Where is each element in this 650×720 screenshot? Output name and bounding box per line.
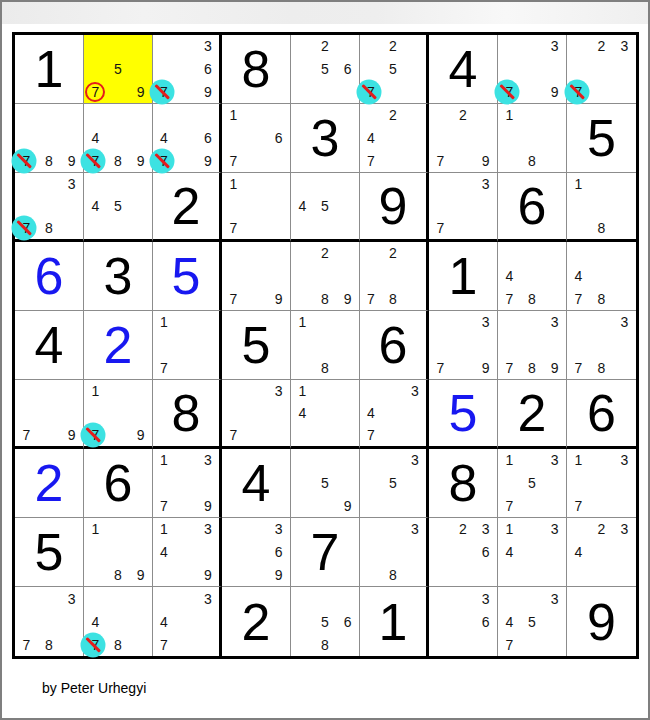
cell-r4c7[interactable]: 1 — [429, 242, 498, 311]
cell-r7c7[interactable]: 8 — [429, 449, 498, 518]
pm-slot-6 — [129, 541, 152, 564]
cell-r7c6[interactable]: 35 — [360, 449, 429, 518]
cell-r7c2[interactable]: 6 — [84, 449, 153, 518]
cell-r2c5[interactable]: 3 — [291, 104, 360, 173]
pm-slot-1 — [360, 518, 382, 541]
given-digit: 1 — [35, 43, 64, 95]
pm-slot-8 — [382, 494, 404, 517]
pm-slot-7: 7 — [567, 356, 590, 379]
cell-r5c1[interactable]: 4 — [15, 311, 84, 380]
pm-slot-4 — [429, 541, 452, 564]
pm-slot-7: 7 — [429, 149, 452, 172]
cell-r4c8[interactable]: 478 — [498, 242, 567, 311]
pencil-mark: 9 — [137, 568, 145, 582]
pm-slot-9 — [474, 633, 497, 656]
pm-slot-6 — [404, 472, 426, 495]
pm-slot-7 — [84, 563, 107, 586]
pm-slot-7 — [291, 287, 314, 310]
pm-slot-8: 8 — [382, 287, 404, 310]
pm-slot-4 — [498, 472, 521, 495]
pm-slot-9: 9 — [129, 424, 152, 446]
cell-r1c3[interactable]: 3679 — [153, 35, 222, 104]
pm-slot-4: 4 — [360, 402, 382, 424]
cell-r4c1[interactable]: 6 — [15, 242, 84, 311]
pm-slot-1 — [84, 104, 107, 127]
cell-r9c7[interactable]: 36 — [429, 587, 498, 656]
pencil-mark: 3 — [482, 315, 490, 329]
cell-r5c2[interactable]: 2 — [84, 311, 153, 380]
pencil-mark-grid: 4789 — [84, 104, 152, 172]
pm-slot-6 — [404, 541, 426, 564]
pencil-mark-grid: 1357 — [498, 449, 566, 517]
pm-slot-4 — [84, 58, 107, 81]
pm-slot-8 — [175, 356, 197, 379]
pm-slot-1 — [291, 242, 314, 265]
pm-slot-3: 3 — [474, 173, 497, 195]
pm-slot-5: 5 — [314, 195, 337, 217]
cell-r3c9[interactable]: 18 — [567, 173, 636, 242]
cell-r6c4[interactable]: 37 — [222, 380, 291, 449]
pencil-mark: 7 — [229, 428, 237, 442]
cell-r4c3[interactable]: 5 — [153, 242, 222, 311]
pm-slot-9: 9 — [197, 563, 219, 586]
pencil-mark: 5 — [321, 476, 329, 490]
cell-r6c8[interactable]: 2 — [498, 380, 567, 449]
pm-slot-1 — [567, 242, 590, 265]
pm-slot-4 — [429, 127, 452, 150]
pm-slot-7: 7 — [84, 424, 107, 446]
pencil-mark-grid: 17 — [222, 173, 290, 239]
pm-slot-8 — [521, 494, 544, 517]
cell-r1c6[interactable]: 257 — [360, 35, 429, 104]
cell-r5c3[interactable]: 17 — [153, 311, 222, 380]
pm-slot-9: 9 — [197, 80, 219, 103]
pm-slot-4 — [498, 58, 521, 81]
cell-r9c1[interactable]: 378 — [15, 587, 84, 656]
pm-slot-7: 7 — [360, 424, 382, 446]
pm-slot-3 — [129, 173, 152, 195]
cell-r6c9[interactable]: 6 — [567, 380, 636, 449]
pm-slot-5 — [590, 541, 613, 564]
pm-slot-2 — [452, 311, 475, 334]
cell-r2c4[interactable]: 167 — [222, 104, 291, 173]
pm-slot-6 — [404, 402, 426, 424]
pencil-mark: 5 — [528, 476, 536, 490]
cell-r8c1[interactable]: 5 — [15, 518, 84, 587]
pm-slot-2: 2 — [590, 518, 613, 541]
cell-r2c2[interactable]: 4789 — [84, 104, 153, 173]
pm-slot-5 — [38, 195, 61, 217]
pencil-mark: 9 — [275, 568, 283, 582]
pm-slot-4: 4 — [84, 610, 107, 633]
cell-r9c6[interactable]: 1 — [360, 587, 429, 656]
pencil-mark-grid: 17 — [153, 311, 219, 379]
cell-r7c9[interactable]: 137 — [567, 449, 636, 518]
pm-slot-6 — [474, 127, 497, 150]
app-window: 1579367982562574379237789478946791673247… — [0, 0, 650, 720]
pm-slot-2 — [382, 449, 404, 472]
cell-r8c5[interactable]: 7 — [291, 518, 360, 587]
cell-r9c3[interactable]: 347 — [153, 587, 222, 656]
cell-r9c5[interactable]: 568 — [291, 587, 360, 656]
pm-slot-4 — [498, 334, 521, 357]
given-digit: 2 — [172, 180, 201, 232]
sudoku-board: 1579367982562574379237789478946791673247… — [12, 32, 639, 659]
cell-r8c9[interactable]: 234 — [567, 518, 636, 587]
pencil-mark-grid: 167 — [222, 104, 290, 172]
cell-r4c2[interactable]: 3 — [84, 242, 153, 311]
cell-r8c8[interactable]: 134 — [498, 518, 567, 587]
pm-slot-2 — [245, 104, 268, 127]
pencil-mark: 7 — [160, 361, 168, 375]
cell-r6c3[interactable]: 8 — [153, 380, 222, 449]
cell-r2c9[interactable]: 5 — [567, 104, 636, 173]
pencil-mark: 9 — [275, 292, 283, 306]
pm-slot-6 — [336, 472, 359, 495]
given-digit: 6 — [587, 387, 616, 439]
pm-slot-9 — [336, 633, 359, 656]
pencil-mark: 1 — [505, 522, 513, 536]
pencil-mark: 9 — [551, 85, 559, 99]
cell-r5c7[interactable]: 379 — [429, 311, 498, 380]
pencil-mark-grid: 257 — [360, 35, 426, 103]
cell-r7c1[interactable]: 2 — [15, 449, 84, 518]
cell-r1c4[interactable]: 8 — [222, 35, 291, 104]
pm-slot-2 — [107, 587, 130, 610]
cell-r5c8[interactable]: 3789 — [498, 311, 567, 380]
pm-slot-8 — [452, 356, 475, 379]
pm-slot-3 — [267, 173, 290, 195]
pencil-mark: 9 — [344, 292, 352, 306]
pm-slot-9 — [613, 287, 636, 310]
pm-slot-4 — [222, 127, 245, 150]
pm-slot-8 — [175, 80, 197, 103]
pm-slot-8: 8 — [521, 287, 544, 310]
pm-slot-8 — [314, 217, 337, 239]
pm-slot-8: 8 — [38, 633, 61, 656]
pm-slot-9 — [404, 424, 426, 446]
pm-slot-5 — [590, 58, 613, 81]
pm-slot-4 — [429, 334, 452, 357]
cell-r1c9[interactable]: 237 — [567, 35, 636, 104]
cell-r6c1[interactable]: 79 — [15, 380, 84, 449]
pm-slot-6 — [336, 334, 359, 357]
pm-slot-9 — [336, 424, 359, 446]
pm-slot-1 — [567, 311, 590, 334]
pencil-mark-grid: 478 — [84, 587, 152, 656]
pencil-mark: 8 — [114, 154, 122, 168]
pm-slot-2 — [175, 104, 197, 127]
pm-slot-3: 3 — [474, 587, 497, 610]
pencil-mark: 5 — [528, 615, 536, 629]
pm-slot-4: 4 — [84, 195, 107, 217]
pm-slot-6 — [60, 610, 83, 633]
pencil-mark: 1 — [229, 108, 237, 122]
cell-r3c4[interactable]: 17 — [222, 173, 291, 242]
cell-r5c6[interactable]: 6 — [360, 311, 429, 380]
cell-r6c5[interactable]: 14 — [291, 380, 360, 449]
pm-slot-4 — [153, 472, 175, 495]
pm-slot-7: 7 — [360, 80, 382, 103]
given-digit: 4 — [449, 43, 478, 95]
pm-slot-2 — [314, 311, 337, 334]
pm-slot-6 — [197, 541, 219, 564]
pm-slot-7 — [498, 149, 521, 172]
pm-slot-8: 8 — [314, 356, 337, 379]
cell-r7c8[interactable]: 1357 — [498, 449, 567, 518]
pm-slot-3: 3 — [197, 587, 219, 610]
pencil-mark: 2 — [459, 522, 467, 536]
pencil-mark: 7 — [436, 361, 444, 375]
pencil-mark: 1 — [505, 453, 513, 467]
pencil-mark: 2 — [598, 39, 606, 53]
cell-r9c2[interactable]: 478 — [84, 587, 153, 656]
pencil-mark-grid: 278 — [360, 242, 426, 310]
pm-slot-9 — [197, 356, 219, 379]
pm-slot-3: 3 — [543, 35, 566, 58]
pm-slot-1: 1 — [498, 104, 521, 127]
pencil-mark: 7 — [505, 292, 513, 306]
pm-slot-5 — [38, 402, 61, 424]
pencil-mark: 1 — [160, 453, 168, 467]
pencil-mark: 7 — [575, 499, 583, 513]
cell-r6c2[interactable]: 179 — [84, 380, 153, 449]
pm-slot-8: 8 — [521, 356, 544, 379]
cell-r2c3[interactable]: 4679 — [153, 104, 222, 173]
cell-r3c2[interactable]: 45 — [84, 173, 153, 242]
pm-slot-2 — [245, 242, 268, 265]
pencil-mark: 3 — [204, 592, 212, 606]
cell-r8c6[interactable]: 38 — [360, 518, 429, 587]
pm-slot-4: 4 — [567, 265, 590, 288]
pm-slot-5 — [245, 541, 268, 564]
cell-r6c7[interactable]: 5 — [429, 380, 498, 449]
cell-r1c2[interactable]: 579 — [84, 35, 153, 104]
pm-slot-7: 7 — [222, 217, 245, 239]
cell-r8c7[interactable]: 236 — [429, 518, 498, 587]
pencil-mark-grid: 79 — [222, 242, 290, 310]
pm-slot-4 — [567, 334, 590, 357]
pm-slot-9 — [267, 149, 290, 172]
pencil-mark-grid: 378 — [15, 173, 83, 239]
pencil-mark-grid: 379 — [429, 311, 497, 379]
pm-slot-9 — [129, 633, 152, 656]
pm-slot-5: 5 — [521, 472, 544, 495]
pencil-mark: 8 — [598, 292, 606, 306]
pm-slot-3: 3 — [197, 35, 219, 58]
pm-slot-9: 9 — [197, 149, 219, 172]
given-digit: 6 — [379, 319, 408, 371]
pencil-mark-grid: 256 — [291, 35, 359, 103]
cell-r3c7[interactable]: 37 — [429, 173, 498, 242]
cell-r8c2[interactable]: 189 — [84, 518, 153, 587]
pencil-mark-grid: 38 — [360, 518, 426, 586]
pencil-mark: 9 — [137, 85, 145, 99]
pm-slot-9: 9 — [129, 563, 152, 586]
pencil-mark: 7 — [505, 361, 513, 375]
pm-slot-1 — [153, 104, 175, 127]
pm-slot-4: 4 — [498, 265, 521, 288]
pm-slot-6 — [129, 127, 152, 150]
pm-slot-7 — [222, 563, 245, 586]
given-digit: 5 — [242, 319, 271, 371]
pm-slot-5 — [382, 541, 404, 564]
given-digit: 8 — [242, 43, 271, 95]
pencil-mark: 3 — [68, 592, 76, 606]
pencil-mark: 1 — [160, 315, 168, 329]
pm-slot-1 — [15, 587, 38, 610]
pencil-mark: 3 — [411, 522, 419, 536]
pencil-mark: 3 — [551, 453, 559, 467]
pm-slot-4 — [498, 127, 521, 150]
cell-r9c8[interactable]: 3457 — [498, 587, 567, 656]
pm-slot-6 — [543, 265, 566, 288]
pencil-mark-grid: 179 — [84, 380, 152, 446]
given-digit: 2 — [518, 387, 547, 439]
pm-slot-4 — [291, 472, 314, 495]
cell-r5c5[interactable]: 18 — [291, 311, 360, 380]
pm-slot-2 — [245, 173, 268, 195]
cell-r3c5[interactable]: 45 — [291, 173, 360, 242]
cell-r8c3[interactable]: 1349 — [153, 518, 222, 587]
cell-r1c7[interactable]: 4 — [429, 35, 498, 104]
pm-slot-3: 3 — [613, 518, 636, 541]
pencil-mark: 3 — [411, 453, 419, 467]
cell-r9c4[interactable]: 2 — [222, 587, 291, 656]
pencil-mark: 5 — [321, 615, 329, 629]
pm-slot-8 — [107, 424, 130, 446]
pencil-mark: 2 — [321, 246, 329, 260]
pencil-mark: 3 — [204, 39, 212, 53]
cell-r8c4[interactable]: 369 — [222, 518, 291, 587]
pm-slot-3: 3 — [543, 449, 566, 472]
pm-slot-9: 9 — [336, 494, 359, 517]
cell-r7c3[interactable]: 1379 — [153, 449, 222, 518]
pm-slot-6 — [60, 195, 83, 217]
cell-r3c3[interactable]: 2 — [153, 173, 222, 242]
pm-slot-2: 2 — [452, 104, 475, 127]
pm-slot-3 — [404, 104, 426, 127]
cell-r9c9[interactable]: 9 — [567, 587, 636, 656]
pm-slot-6 — [267, 402, 290, 424]
pm-slot-9: 9 — [197, 494, 219, 517]
author-credit: by Peter Urhegyi — [42, 680, 146, 696]
pm-slot-2 — [314, 449, 337, 472]
given-digit: 8 — [172, 387, 201, 439]
cell-r1c8[interactable]: 379 — [498, 35, 567, 104]
cell-r5c9[interactable]: 378 — [567, 311, 636, 380]
pm-slot-2 — [521, 449, 544, 472]
pencil-mark: 2 — [598, 522, 606, 536]
pencil-mark-grid: 379 — [498, 35, 566, 103]
given-digit: 3 — [311, 112, 340, 164]
cell-r2c6[interactable]: 247 — [360, 104, 429, 173]
pencil-mark: 1 — [505, 108, 513, 122]
cell-r5c4[interactable]: 5 — [222, 311, 291, 380]
pencil-mark: 7 — [160, 499, 168, 513]
pm-slot-1 — [498, 311, 521, 334]
cell-r2c8[interactable]: 18 — [498, 104, 567, 173]
pm-slot-7 — [291, 217, 314, 239]
pm-slot-1 — [429, 173, 452, 195]
pencil-mark: 4 — [91, 615, 99, 629]
cell-r6c6[interactable]: 347 — [360, 380, 429, 449]
cell-r3c6[interactable]: 9 — [360, 173, 429, 242]
pencil-mark-grid: 137 — [567, 449, 636, 517]
cell-r1c5[interactable]: 256 — [291, 35, 360, 104]
cell-r7c4[interactable]: 4 — [222, 449, 291, 518]
pm-slot-1 — [222, 518, 245, 541]
pm-slot-7: 7 — [84, 80, 107, 103]
pm-slot-6 — [60, 402, 83, 424]
pencil-mark: 6 — [344, 62, 352, 76]
pm-slot-2 — [314, 380, 337, 402]
cell-r3c8[interactable]: 6 — [498, 173, 567, 242]
cell-r2c1[interactable]: 789 — [15, 104, 84, 173]
pm-slot-6 — [404, 127, 426, 150]
pencil-mark-grid: 478 — [567, 242, 636, 310]
pm-slot-8 — [382, 149, 404, 172]
pencil-mark: 1 — [298, 384, 306, 398]
pm-slot-8 — [314, 494, 337, 517]
pm-slot-1: 1 — [153, 311, 175, 334]
cell-r7c5[interactable]: 59 — [291, 449, 360, 518]
pm-slot-3 — [613, 242, 636, 265]
pm-slot-8 — [175, 563, 197, 586]
pm-slot-7 — [567, 563, 590, 586]
cell-r3c1[interactable]: 378 — [15, 173, 84, 242]
pencil-mark: 3 — [551, 39, 559, 53]
pm-slot-7: 7 — [153, 80, 175, 103]
pm-slot-3: 3 — [404, 380, 426, 402]
pm-slot-3 — [267, 242, 290, 265]
pm-slot-7 — [153, 563, 175, 586]
pencil-mark: 3 — [411, 384, 419, 398]
pm-slot-7: 7 — [222, 149, 245, 172]
pencil-mark-grid: 279 — [429, 104, 497, 172]
cell-r2c7[interactable]: 279 — [429, 104, 498, 173]
pm-slot-7 — [429, 563, 452, 586]
pm-slot-5 — [175, 58, 197, 81]
pm-slot-5 — [175, 127, 197, 150]
pm-slot-1 — [84, 173, 107, 195]
pm-slot-8 — [452, 563, 475, 586]
pm-slot-6: 6 — [267, 127, 290, 150]
cell-r4c9[interactable]: 478 — [567, 242, 636, 311]
pencil-mark: 9 — [68, 428, 76, 442]
pm-slot-6 — [613, 472, 636, 495]
pm-slot-1: 1 — [222, 104, 245, 127]
pm-slot-4: 4 — [498, 541, 521, 564]
pm-slot-8: 8 — [590, 217, 613, 239]
pm-slot-1 — [360, 35, 382, 58]
pm-slot-4 — [567, 195, 590, 217]
pm-slot-2 — [590, 242, 613, 265]
pm-slot-7: 7 — [222, 287, 245, 310]
pm-slot-8 — [38, 424, 61, 446]
pm-slot-2 — [245, 380, 268, 402]
cell-r4c5[interactable]: 289 — [291, 242, 360, 311]
cell-r1c1[interactable]: 1 — [15, 35, 84, 104]
pencil-mark: 5 — [389, 476, 397, 490]
cell-r4c4[interactable]: 79 — [222, 242, 291, 311]
pm-slot-5 — [590, 334, 613, 357]
pm-slot-7: 7 — [15, 424, 38, 446]
pm-slot-9 — [543, 633, 566, 656]
pm-slot-8 — [245, 217, 268, 239]
cell-r4c6[interactable]: 278 — [360, 242, 429, 311]
pm-slot-4 — [15, 127, 38, 150]
